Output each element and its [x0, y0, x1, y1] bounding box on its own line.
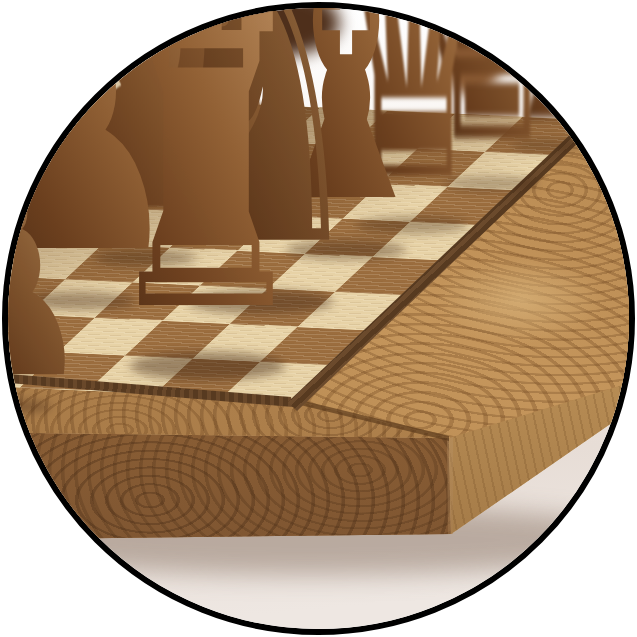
piece-pawn: ♟ [2, 165, 90, 412]
photo-canvas: ♝♚♛♝♟♟♟♞♟♜ [0, 0, 637, 637]
circular-photo-frame: ♝♚♛♝♟♟♟♞♟♜ [2, 2, 635, 635]
chess-photo-scene: ♝♚♛♝♟♟♟♞♟♜ [2, 2, 635, 635]
pieces-layer: ♝♚♛♝♟♟♟♞♟♜ [2, 2, 635, 635]
piece-rook: ♜ [100, 2, 313, 370]
